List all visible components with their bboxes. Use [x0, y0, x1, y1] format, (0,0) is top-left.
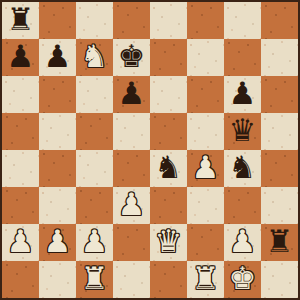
- piece-white-rook-f1: ♜: [192, 261, 220, 297]
- square-a4[interactable]: [2, 150, 39, 187]
- piece-black-rook-a8: ♜: [7, 2, 35, 38]
- piece-black-knight-g4: ♞: [229, 150, 257, 186]
- square-d7[interactable]: ♚: [113, 39, 150, 76]
- square-f4[interactable]: ♟: [187, 150, 224, 187]
- square-e7[interactable]: [150, 39, 187, 76]
- square-a8[interactable]: ♜: [2, 2, 39, 39]
- square-b4[interactable]: [39, 150, 76, 187]
- piece-black-pawn-d6: ♟: [118, 76, 146, 112]
- square-d8[interactable]: [113, 2, 150, 39]
- square-c7[interactable]: ♞: [76, 39, 113, 76]
- square-g2[interactable]: ♟: [224, 224, 261, 261]
- square-f8[interactable]: [187, 2, 224, 39]
- square-a6[interactable]: [2, 76, 39, 113]
- square-b7[interactable]: ♟: [39, 39, 76, 76]
- square-a7[interactable]: ♟: [2, 39, 39, 76]
- square-d6[interactable]: ♟: [113, 76, 150, 113]
- square-e3[interactable]: [150, 187, 187, 224]
- square-g8[interactable]: [224, 2, 261, 39]
- square-h5[interactable]: [261, 113, 298, 150]
- piece-black-knight-e4: ♞: [155, 150, 183, 186]
- square-g1[interactable]: ♚: [224, 261, 261, 298]
- piece-white-pawn-a2: ♟: [7, 224, 35, 260]
- square-d4[interactable]: [113, 150, 150, 187]
- square-f7[interactable]: [187, 39, 224, 76]
- square-h7[interactable]: [261, 39, 298, 76]
- square-b2[interactable]: ♟: [39, 224, 76, 261]
- square-g7[interactable]: [224, 39, 261, 76]
- square-f2[interactable]: [187, 224, 224, 261]
- square-d3[interactable]: ♟: [113, 187, 150, 224]
- square-g4[interactable]: ♞: [224, 150, 261, 187]
- piece-white-pawn-f4: ♟: [192, 150, 220, 186]
- square-c2[interactable]: ♟: [76, 224, 113, 261]
- piece-white-king-g1: ♚: [229, 261, 257, 297]
- square-e5[interactable]: [150, 113, 187, 150]
- piece-black-queen-g5: ♛: [229, 113, 257, 149]
- square-e6[interactable]: [150, 76, 187, 113]
- square-a3[interactable]: [2, 187, 39, 224]
- square-c8[interactable]: [76, 2, 113, 39]
- piece-white-queen-e2: ♛: [155, 224, 183, 260]
- square-f3[interactable]: [187, 187, 224, 224]
- square-e1[interactable]: [150, 261, 187, 298]
- chess-board-wrapper: ♜♟♟♞♚♟♟♛♞♟♞♟♟♟♟♛♟♜♜♜♚: [0, 0, 300, 300]
- square-h1[interactable]: [261, 261, 298, 298]
- square-e4[interactable]: ♞: [150, 150, 187, 187]
- square-h2[interactable]: ♜: [261, 224, 298, 261]
- piece-black-pawn-g6: ♟: [229, 76, 257, 112]
- piece-white-pawn-b2: ♟: [44, 224, 72, 260]
- square-a1[interactable]: [2, 261, 39, 298]
- square-c6[interactable]: [76, 76, 113, 113]
- piece-black-pawn-b7: ♟: [44, 39, 72, 75]
- square-h6[interactable]: [261, 76, 298, 113]
- square-c4[interactable]: [76, 150, 113, 187]
- square-b6[interactable]: [39, 76, 76, 113]
- square-f5[interactable]: [187, 113, 224, 150]
- piece-white-knight-c7: ♞: [81, 39, 109, 75]
- square-c5[interactable]: [76, 113, 113, 150]
- square-g5[interactable]: ♛: [224, 113, 261, 150]
- square-d2[interactable]: [113, 224, 150, 261]
- square-e2[interactable]: ♛: [150, 224, 187, 261]
- piece-white-pawn-d3: ♟: [118, 187, 146, 223]
- piece-white-rook-c1: ♜: [81, 261, 109, 297]
- square-g6[interactable]: ♟: [224, 76, 261, 113]
- square-c1[interactable]: ♜: [76, 261, 113, 298]
- square-b1[interactable]: [39, 261, 76, 298]
- square-c3[interactable]: [76, 187, 113, 224]
- square-d1[interactable]: [113, 261, 150, 298]
- piece-white-pawn-c2: ♟: [81, 224, 109, 260]
- square-b3[interactable]: [39, 187, 76, 224]
- square-g3[interactable]: [224, 187, 261, 224]
- square-h8[interactable]: [261, 2, 298, 39]
- square-e8[interactable]: [150, 2, 187, 39]
- square-h3[interactable]: [261, 187, 298, 224]
- square-f6[interactable]: [187, 76, 224, 113]
- square-a2[interactable]: ♟: [2, 224, 39, 261]
- square-b5[interactable]: [39, 113, 76, 150]
- square-f1[interactable]: ♜: [187, 261, 224, 298]
- piece-white-pawn-g2: ♟: [229, 224, 257, 260]
- piece-black-king-d7: ♚: [118, 39, 146, 75]
- square-h4[interactable]: [261, 150, 298, 187]
- piece-black-rook-h2: ♜: [266, 224, 294, 260]
- square-b8[interactable]: [39, 2, 76, 39]
- square-a5[interactable]: [2, 113, 39, 150]
- chess-board: ♜♟♟♞♚♟♟♛♞♟♞♟♟♟♟♛♟♜♜♜♚: [0, 0, 300, 300]
- piece-black-pawn-a7: ♟: [7, 39, 35, 75]
- square-d5[interactable]: [113, 113, 150, 150]
